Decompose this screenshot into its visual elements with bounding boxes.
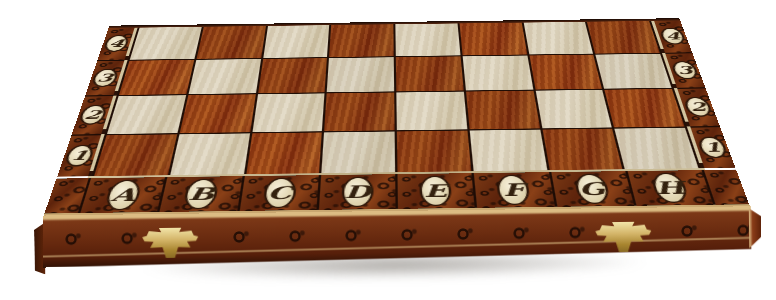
square-h3 xyxy=(596,54,672,89)
square-f3 xyxy=(462,55,532,90)
file-label-e: E xyxy=(419,175,452,206)
chess-box: 4 3 2 1 4 3 2 1 xyxy=(0,0,776,300)
square-b3 xyxy=(188,59,260,94)
rank-label-left-3: 3 xyxy=(90,68,119,87)
file-label-f: F xyxy=(496,174,532,205)
rank-label-right-3: 3 xyxy=(670,61,700,79)
square-c1 xyxy=(246,132,322,174)
file-cell-g: G xyxy=(551,171,634,206)
file-label-a: A xyxy=(103,180,143,211)
square-e1 xyxy=(397,130,471,172)
square-g2 xyxy=(535,90,612,128)
file-cell-c: C xyxy=(239,175,318,211)
file-cell-f: F xyxy=(474,172,554,208)
square-f2 xyxy=(466,91,540,129)
square-h2 xyxy=(605,89,685,127)
rank-label-right-4: 4 xyxy=(659,28,687,45)
file-label-c: C xyxy=(262,178,297,209)
file-cell-d: D xyxy=(319,174,396,210)
rank-label-right-1: 1 xyxy=(696,136,729,158)
square-d4 xyxy=(329,24,393,57)
board-middle-band: 4 3 2 1 4 3 2 1 xyxy=(57,21,735,177)
square-d1 xyxy=(322,131,395,173)
brass-latch-right xyxy=(595,222,651,253)
square-a1 xyxy=(94,134,177,176)
rank-label-left-4: 4 xyxy=(102,35,130,52)
file-cell-h: H xyxy=(627,170,713,205)
checkerboard xyxy=(92,21,701,176)
square-f1 xyxy=(469,129,546,171)
square-d3 xyxy=(327,57,394,92)
square-e4 xyxy=(395,23,460,55)
square-e3 xyxy=(396,56,464,91)
square-e2 xyxy=(396,92,467,130)
board-top-face: 4 3 2 1 4 3 2 1 xyxy=(44,18,750,215)
square-h4 xyxy=(587,21,660,53)
file-label-g: G xyxy=(573,173,611,204)
rank-label-left-1: 1 xyxy=(63,144,96,166)
square-c2 xyxy=(252,93,325,131)
square-f4 xyxy=(459,23,526,55)
file-label-b: B xyxy=(183,179,220,210)
square-c4 xyxy=(263,25,330,58)
square-h1 xyxy=(615,127,699,169)
square-g1 xyxy=(542,128,623,170)
square-a3 xyxy=(119,60,194,95)
square-c3 xyxy=(258,58,328,93)
file-cell-a: A xyxy=(80,177,165,213)
square-a2 xyxy=(107,95,186,134)
square-a4 xyxy=(130,27,202,60)
square-g4 xyxy=(523,22,593,54)
box-right-end-face xyxy=(749,208,762,248)
rank-label-right-2: 2 xyxy=(682,97,714,117)
photo-stage: 4 3 2 1 4 3 2 1 xyxy=(0,0,776,300)
file-label-d: D xyxy=(341,176,373,207)
file-cell-e: E xyxy=(398,173,475,209)
square-b1 xyxy=(170,133,250,175)
file-cell-b: B xyxy=(160,176,242,212)
square-d2 xyxy=(324,93,394,131)
square-b4 xyxy=(196,26,265,59)
square-g3 xyxy=(529,54,602,89)
file-label-h: H xyxy=(650,172,691,203)
square-b2 xyxy=(180,94,256,132)
rank-label-left-2: 2 xyxy=(77,105,108,125)
